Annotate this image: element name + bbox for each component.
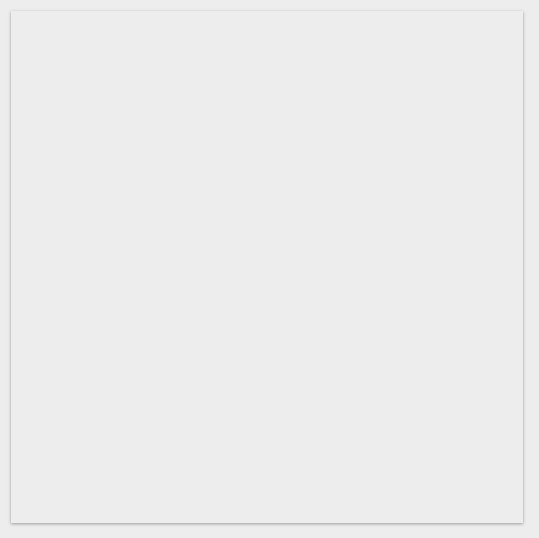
file-labels (11, 523, 523, 538)
rank-labels (523, 11, 539, 523)
chess-board (11, 11, 523, 523)
chess-app-background (0, 0, 539, 538)
